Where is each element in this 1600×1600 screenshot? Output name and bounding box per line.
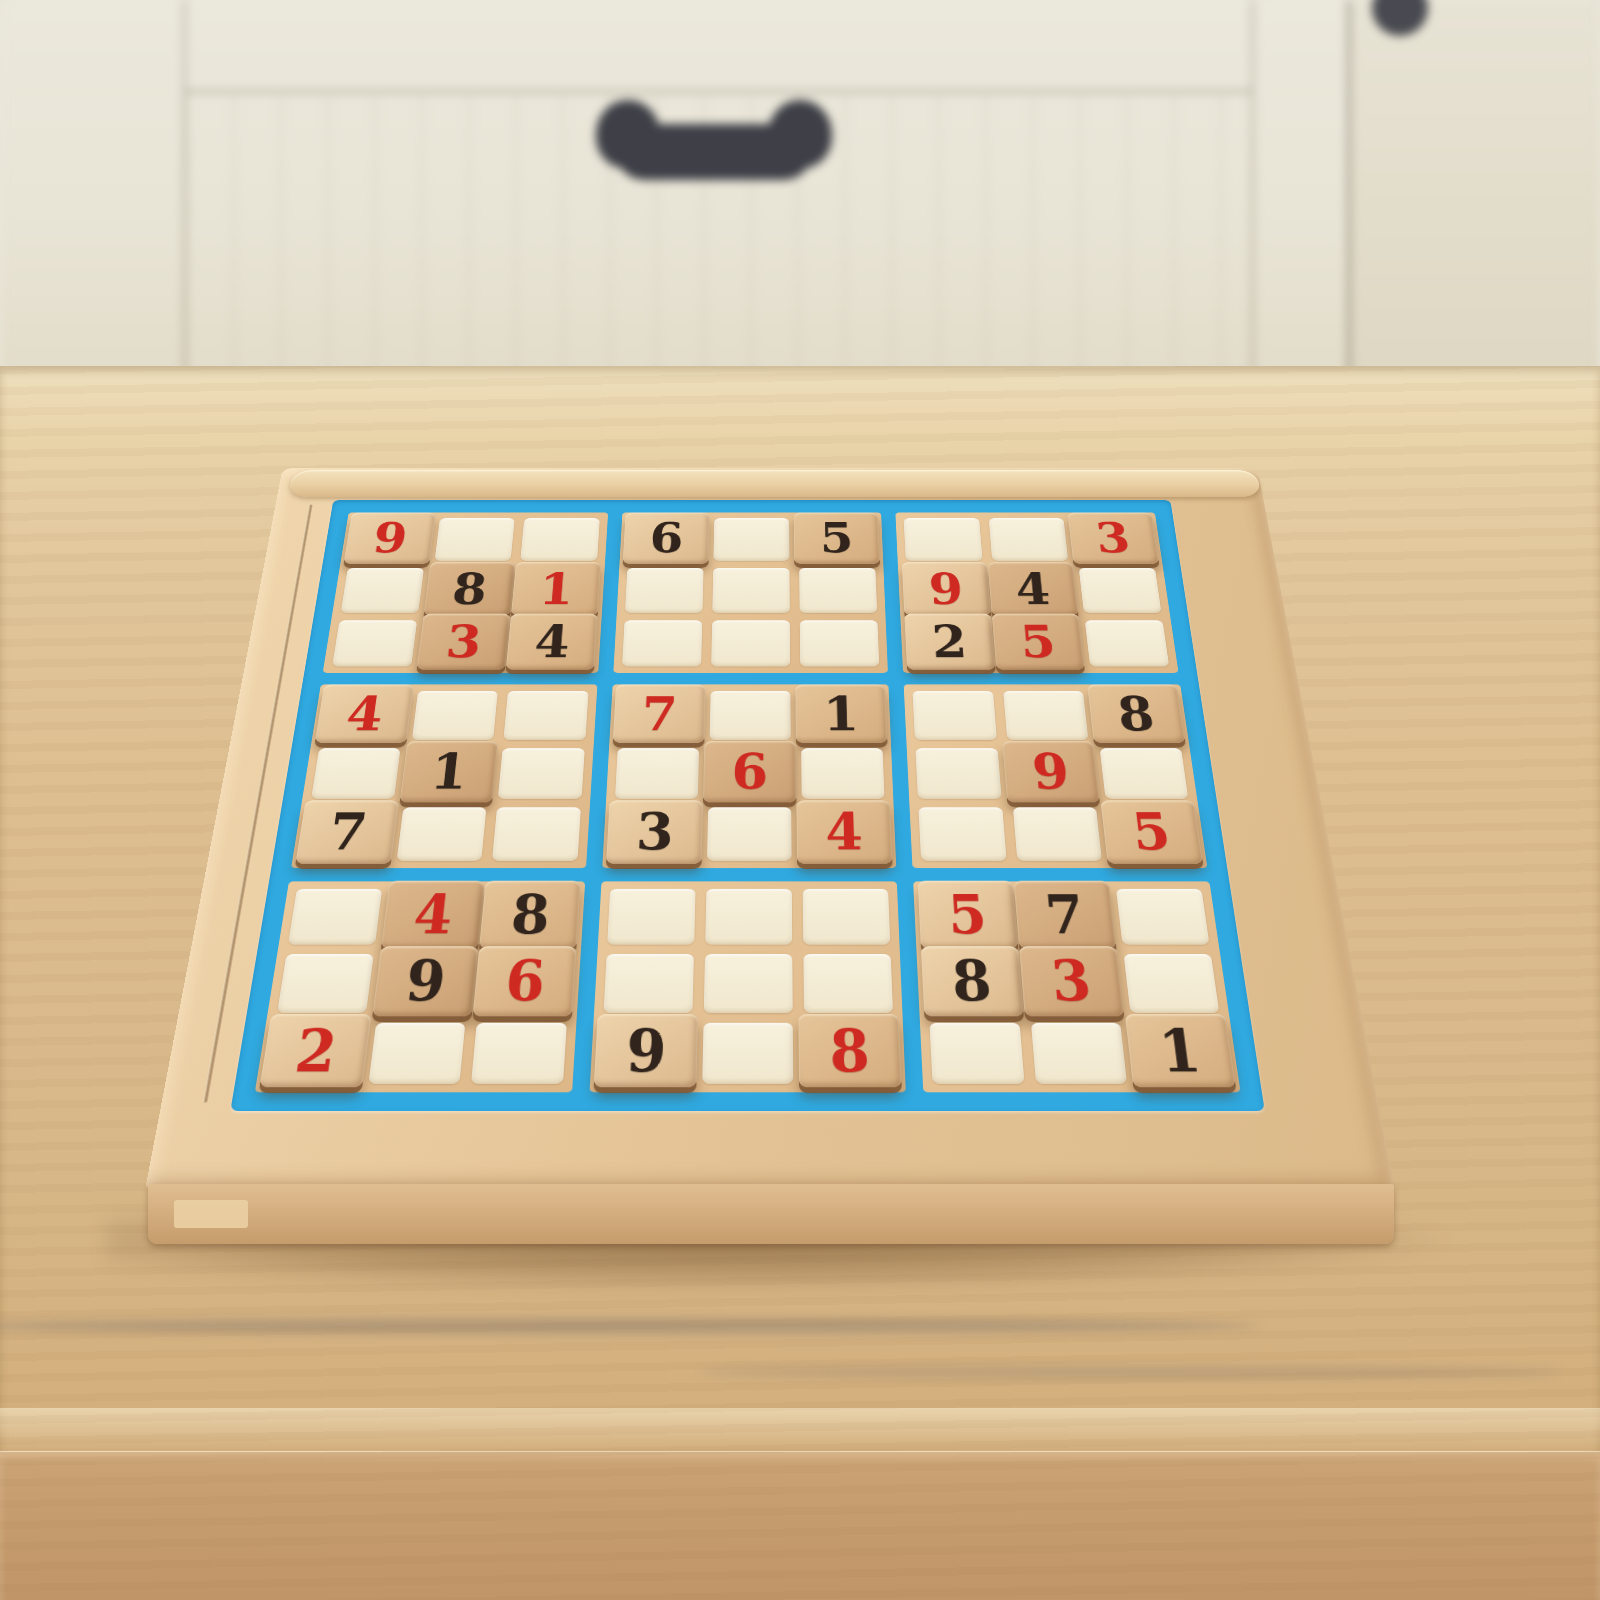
tile-digit: 5 (820, 518, 854, 559)
tile-4-red[interactable]: 4 (315, 684, 414, 743)
tile-9-black[interactable]: 9 (594, 1014, 698, 1088)
cell-r5c3[interactable] (498, 748, 584, 799)
tile-digit: 6 (503, 953, 547, 1009)
sudoku-box-7: 48962 (255, 881, 585, 1092)
tile-1-black[interactable]: 1 (796, 684, 888, 743)
tile-digit: 8 (509, 888, 551, 941)
scene: 98134653942541771634895489629857831 (0, 0, 1600, 1600)
tile-8-black[interactable]: 8 (479, 881, 581, 948)
cabinet-background (0, 0, 1600, 380)
cell-r8c2[interactable]: 9 (378, 954, 473, 1013)
tile-digit: 9 (403, 953, 448, 1009)
tile-digit: 7 (1043, 888, 1086, 941)
cell-r6c3[interactable] (492, 807, 580, 860)
tile-8-black[interactable]: 8 (1087, 684, 1185, 743)
cell-r8c8[interactable]: 3 (1025, 954, 1119, 1013)
cell-r1c6[interactable]: 5 (799, 518, 876, 561)
tile-digit: 4 (344, 690, 386, 736)
tile-digit: 2 (931, 620, 969, 664)
tile-5-red[interactable]: 5 (1101, 800, 1203, 864)
tile-digit: 1 (823, 690, 860, 736)
tile-digit: 6 (649, 518, 684, 559)
tile-digit: 8 (829, 1022, 870, 1080)
cell-r5c4[interactable] (615, 748, 699, 799)
cell-r7c9[interactable] (1116, 889, 1210, 945)
cell-r4c1[interactable]: 4 (320, 691, 408, 740)
cell-r6c6[interactable]: 4 (802, 807, 887, 860)
cell-r7c4[interactable] (607, 889, 696, 945)
sudoku-box-6: 895 (904, 685, 1207, 868)
cell-r5c5[interactable]: 6 (708, 748, 791, 799)
cell-r8c7[interactable]: 8 (926, 954, 1018, 1013)
tile-digit: 1 (428, 747, 470, 795)
cell-r6c9[interactable]: 5 (1106, 807, 1197, 860)
tile-digit: 4 (825, 807, 863, 857)
cell-r7c7[interactable]: 5 (923, 889, 1013, 945)
cell-r9c7[interactable] (930, 1022, 1024, 1083)
cell-r1c1[interactable]: 9 (349, 518, 431, 561)
counter-front-edge (0, 1452, 1600, 1600)
cell-r1c8[interactable] (988, 518, 1068, 561)
sudoku-box-9: 57831 (913, 881, 1240, 1092)
grid-panel: 98134653942541771634895489629857831 (230, 500, 1264, 1111)
cell-r4c6[interactable]: 1 (801, 691, 883, 740)
tile-digit: 7 (641, 690, 679, 736)
cell-r1c7[interactable] (904, 518, 982, 561)
tile-digit: 1 (538, 568, 575, 610)
sudoku-box-3: 39425 (896, 512, 1179, 673)
cell-r9c3[interactable] (471, 1022, 566, 1083)
tile-digit: 9 (1030, 747, 1071, 795)
cell-r5c1[interactable] (311, 748, 401, 799)
cell-r9c2[interactable] (369, 1022, 466, 1083)
tile-digit: 8 (1115, 690, 1157, 736)
tile-3-red[interactable]: 3 (1019, 946, 1125, 1016)
cell-r5c9[interactable] (1099, 748, 1188, 799)
tile-7-red[interactable]: 7 (613, 684, 706, 743)
cell-r7c1[interactable] (288, 889, 382, 945)
cell-r4c7[interactable] (913, 691, 997, 740)
tile-digit: 8 (951, 953, 994, 1009)
tile-digit: 4 (411, 888, 455, 941)
drawer-handle-icon (598, 100, 830, 186)
cell-r5c2[interactable]: 1 (405, 748, 493, 799)
cell-r7c8[interactable]: 7 (1019, 889, 1111, 945)
tile-digit: 3 (635, 807, 674, 857)
cell-r9c1[interactable]: 2 (266, 1022, 365, 1083)
tile-1-black[interactable]: 1 (399, 741, 498, 802)
tile-3-black[interactable]: 3 (606, 800, 703, 864)
cell-r3c4[interactable] (622, 620, 702, 666)
table-edge-highlight (0, 1408, 1600, 1450)
cell-r5c6[interactable] (801, 748, 885, 799)
cell-r7c2[interactable]: 4 (386, 889, 479, 945)
cell-r1c9[interactable]: 3 (1073, 518, 1154, 561)
cell-r4c2[interactable] (412, 691, 498, 740)
tile-5-red[interactable]: 5 (917, 881, 1018, 948)
tile-digit: 3 (1049, 953, 1094, 1009)
cell-r8c1[interactable] (277, 954, 374, 1013)
tile-digit: 9 (370, 518, 409, 559)
wood-grain-streak (700, 1366, 1560, 1378)
cell-r4c9[interactable]: 8 (1093, 691, 1180, 740)
cell-r2c9[interactable] (1079, 568, 1162, 613)
cell-r4c4[interactable]: 7 (618, 691, 701, 740)
tile-8-black[interactable]: 8 (921, 946, 1024, 1016)
tile-9-red[interactable]: 9 (902, 562, 992, 616)
cell-r2c1[interactable] (341, 568, 424, 613)
cell-r2c2[interactable]: 8 (428, 568, 510, 613)
cell-r6c2[interactable] (397, 807, 487, 860)
cell-r3c5[interactable] (711, 620, 790, 666)
tile-digit: 5 (1018, 620, 1057, 664)
cell-r2c5[interactable] (712, 568, 790, 613)
board-top-rail (288, 470, 1261, 497)
tile-8-black[interactable]: 8 (423, 562, 515, 616)
tile-4-red[interactable]: 4 (381, 881, 485, 948)
cell-r9c4[interactable]: 9 (599, 1022, 692, 1083)
tile-digit: 6 (731, 747, 768, 795)
cell-r2c7[interactable]: 9 (906, 568, 986, 613)
cell-r9c6[interactable]: 8 (804, 1022, 896, 1083)
tile-1-black[interactable]: 1 (1125, 1014, 1236, 1088)
cell-r8c6[interactable] (803, 954, 893, 1013)
cell-r2c3[interactable]: 1 (516, 568, 597, 613)
cell-r2c8[interactable]: 4 (993, 568, 1074, 613)
tile-digit: 3 (444, 620, 484, 664)
tile-digit: 9 (625, 1022, 667, 1080)
sudoku-box-4: 417 (291, 685, 597, 868)
cell-r4c5[interactable] (709, 691, 790, 740)
cell-r6c1[interactable]: 7 (301, 807, 393, 860)
cabinet-right-panel (1351, 0, 1600, 380)
tile-6-red[interactable]: 6 (703, 741, 796, 802)
cell-r9c5[interactable] (702, 1022, 793, 1083)
cell-r3c6[interactable] (800, 620, 880, 666)
tile-digit: 1 (1156, 1022, 1204, 1080)
tile-9-red[interactable]: 9 (1002, 741, 1100, 802)
cell-r6c5[interactable] (707, 807, 792, 860)
tile-4-black[interactable]: 4 (506, 614, 598, 670)
wood-grain-streak (0, 1318, 1260, 1334)
handle-bar (616, 124, 812, 180)
cell-r2c4[interactable] (625, 568, 704, 613)
tile-3-red[interactable]: 3 (1068, 512, 1159, 564)
cell-r3c7[interactable]: 2 (909, 620, 991, 666)
tile-digit: 9 (928, 568, 965, 610)
drawer-panel-line (186, 90, 1251, 93)
cell-r3c2[interactable]: 3 (421, 620, 505, 666)
cell-r8c9[interactable] (1123, 954, 1219, 1013)
tile-digit: 4 (1014, 568, 1052, 610)
tile-digit: 7 (325, 807, 369, 857)
tile-digit: 8 (450, 568, 489, 610)
cell-r3c8[interactable]: 5 (997, 620, 1080, 666)
sudoku-box-1: 98134 (323, 512, 608, 673)
tile-digit: 2 (292, 1022, 340, 1080)
cell-r7c6[interactable] (803, 889, 891, 945)
board-front-face (148, 1184, 1394, 1244)
sudoku-box-8: 98 (589, 881, 906, 1092)
cell-r9c9[interactable]: 1 (1131, 1022, 1229, 1083)
tile-1-red[interactable]: 1 (511, 562, 601, 616)
cell-r4c8[interactable] (1003, 691, 1088, 740)
cell-r6c7[interactable] (919, 807, 1006, 860)
cell-r5c7[interactable] (916, 748, 1002, 799)
tile-4-red[interactable]: 4 (797, 800, 893, 864)
cell-r8c5[interactable] (704, 954, 793, 1013)
cell-r2c6[interactable] (799, 568, 877, 613)
cell-r5c8[interactable]: 9 (1008, 748, 1095, 799)
tile-9-black[interactable]: 9 (372, 946, 479, 1016)
tile-5-red[interactable]: 5 (992, 614, 1085, 670)
cell-r7c5[interactable] (705, 889, 792, 945)
tile-2-black[interactable]: 2 (904, 614, 996, 670)
tile-7-black[interactable]: 7 (296, 800, 399, 864)
cell-r3c3[interactable]: 4 (511, 620, 593, 666)
tile-5-black[interactable]: 5 (794, 512, 880, 564)
tile-8-red[interactable]: 8 (799, 1014, 902, 1088)
cell-r6c8[interactable] (1013, 807, 1102, 860)
cell-r9c8[interactable] (1031, 1022, 1127, 1083)
sudoku-box-5: 71634 (602, 685, 897, 868)
cell-r6c4[interactable]: 3 (611, 807, 697, 860)
tile-7-black[interactable]: 7 (1014, 881, 1117, 948)
finger-joint (174, 1200, 248, 1228)
sudoku-box-2: 65 (613, 512, 888, 673)
tile-digit: 5 (947, 888, 989, 941)
tile-6-red[interactable]: 6 (472, 946, 576, 1016)
tile-digit: 4 (533, 620, 571, 664)
cabinet-panel-line (1251, 0, 1254, 380)
cell-r4c3[interactable] (504, 691, 588, 740)
tile-digit: 3 (1094, 518, 1133, 559)
cell-r1c4[interactable]: 6 (627, 518, 704, 561)
cell-r7c3[interactable]: 8 (485, 889, 576, 945)
cell-r1c2[interactable] (435, 518, 515, 561)
cabinet-panel-line (1347, 0, 1351, 380)
cell-r8c4[interactable] (603, 954, 694, 1013)
sudoku-board: 98134653942541771634895489629857831 (145, 468, 1395, 1190)
cell-r1c5[interactable] (713, 518, 789, 561)
tile-digit: 5 (1129, 807, 1173, 857)
tile-6-black[interactable]: 6 (623, 512, 710, 564)
cell-r8c3[interactable]: 6 (478, 954, 571, 1013)
tile-9-red[interactable]: 9 (344, 512, 436, 564)
cell-r3c1[interactable] (332, 620, 417, 666)
tile-3-red[interactable]: 3 (416, 614, 510, 670)
cell-r3c9[interactable] (1085, 620, 1170, 666)
cell-r1c3[interactable] (521, 518, 600, 561)
tile-4-black[interactable]: 4 (987, 562, 1078, 616)
tile-2-red[interactable]: 2 (260, 1014, 372, 1088)
